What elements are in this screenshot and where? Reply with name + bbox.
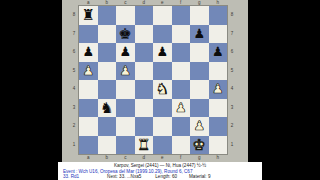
square-b5[interactable] xyxy=(98,62,117,81)
white-pawn-g2[interactable]: ♟ xyxy=(193,117,205,136)
square-g2[interactable]: ♟ xyxy=(190,117,209,136)
black-rook-a8[interactable]: ♜ xyxy=(82,6,95,25)
square-f3[interactable]: ♟ xyxy=(172,99,191,118)
square-g3[interactable] xyxy=(190,99,209,118)
square-c1[interactable] xyxy=(116,136,135,155)
rank-label-5: 5 xyxy=(228,62,236,81)
white-knight-e4[interactable]: ♞ xyxy=(156,80,169,99)
white-rook-d1[interactable]: ♜ xyxy=(137,136,150,155)
square-f6[interactable] xyxy=(172,43,191,62)
file-label-b: b xyxy=(98,155,117,161)
square-g4[interactable] xyxy=(190,80,209,99)
square-f2[interactable] xyxy=(172,117,191,136)
square-d4[interactable] xyxy=(135,80,154,99)
black-pawn-c6[interactable]: ♟ xyxy=(119,43,131,62)
square-h6[interactable]: ♟ xyxy=(209,43,228,62)
rank-label-6: 6 xyxy=(70,43,78,62)
rank-label-1: 1 xyxy=(70,136,78,155)
rank-label-2: 2 xyxy=(70,117,78,136)
file-label-e: e xyxy=(153,155,172,161)
square-h8[interactable] xyxy=(209,6,228,25)
square-a1[interactable] xyxy=(79,136,98,155)
file-label-c: c xyxy=(116,155,135,161)
square-c8[interactable] xyxy=(116,6,135,25)
square-f1[interactable] xyxy=(172,136,191,155)
square-h3[interactable] xyxy=(209,99,228,118)
rank-label-1: 1 xyxy=(228,136,236,155)
square-d2[interactable] xyxy=(135,117,154,136)
square-b7[interactable] xyxy=(98,25,117,44)
square-a3[interactable] xyxy=(79,99,98,118)
rank-labels-right: 87654321 xyxy=(228,6,236,154)
game-length: Length: 60 xyxy=(155,174,177,180)
square-e1[interactable] xyxy=(153,136,172,155)
square-a5[interactable]: ♟ xyxy=(79,62,98,81)
square-d1[interactable]: ♜ xyxy=(135,136,154,155)
square-c3[interactable] xyxy=(116,99,135,118)
square-c2[interactable] xyxy=(116,117,135,136)
square-b4[interactable] xyxy=(98,80,117,99)
square-e5[interactable] xyxy=(153,62,172,81)
rank-label-3: 3 xyxy=(70,99,78,118)
square-d5[interactable] xyxy=(135,62,154,81)
rank-labels-left: 87654321 xyxy=(70,6,78,154)
rank-label-6: 6 xyxy=(228,43,236,62)
rank-label-4: 4 xyxy=(228,80,236,99)
square-d6[interactable] xyxy=(135,43,154,62)
rank-label-4: 4 xyxy=(70,80,78,99)
square-b8[interactable] xyxy=(98,6,117,25)
square-g7[interactable]: ♟ xyxy=(190,25,209,44)
next-move: Next: 33. ...Nxa5 xyxy=(107,174,141,180)
rank-label-8: 8 xyxy=(228,6,236,25)
rank-label-7: 7 xyxy=(70,25,78,44)
square-h7[interactable] xyxy=(209,25,228,44)
square-c7[interactable]: ♚ xyxy=(116,25,135,44)
black-knight-b3[interactable]: ♞ xyxy=(100,99,113,118)
square-a8[interactable]: ♜ xyxy=(79,6,98,25)
rank-label-8: 8 xyxy=(70,6,78,25)
chess-board-card: abcdefgh abcdefgh 87654321 87654321 ♜♚♟♟… xyxy=(62,0,248,162)
square-g1[interactable]: ♚ xyxy=(190,136,209,155)
black-pawn-g7[interactable]: ♟ xyxy=(193,25,205,44)
square-e3[interactable] xyxy=(153,99,172,118)
square-c4[interactable] xyxy=(116,80,135,99)
black-pawn-h6[interactable]: ♟ xyxy=(212,43,224,62)
material-balance: Material: 9 xyxy=(189,174,210,180)
square-g8[interactable] xyxy=(190,6,209,25)
square-e2[interactable] xyxy=(153,117,172,136)
square-f7[interactable] xyxy=(172,25,191,44)
square-h4[interactable]: ♟ xyxy=(209,80,228,99)
game-info-panel: Karpov, Sergei (2441) — Ni, Hua (2447) ½… xyxy=(58,162,262,180)
square-d8[interactable] xyxy=(135,6,154,25)
white-pawn-f3[interactable]: ♟ xyxy=(175,99,187,118)
current-move: 33. Rd1 xyxy=(63,174,79,180)
square-d3[interactable] xyxy=(135,99,154,118)
square-h1[interactable] xyxy=(209,136,228,155)
square-b2[interactable] xyxy=(98,117,117,136)
square-f8[interactable] xyxy=(172,6,191,25)
black-pawn-e6[interactable]: ♟ xyxy=(156,43,168,62)
square-d7[interactable] xyxy=(135,25,154,44)
players-result-line: Karpov, Sergei (2441) — Ni, Hua (2447) ½… xyxy=(58,162,262,169)
white-pawn-c5[interactable]: ♟ xyxy=(119,62,131,81)
rank-label-5: 5 xyxy=(70,62,78,81)
video-frame: abcdefgh abcdefgh 87654321 87654321 ♜♚♟♟… xyxy=(0,0,320,180)
square-b3[interactable]: ♞ xyxy=(98,99,117,118)
file-labels-bottom: abcdefgh xyxy=(79,155,227,161)
file-label-h: h xyxy=(209,155,228,161)
square-a6[interactable]: ♟ xyxy=(79,43,98,62)
black-king-c7[interactable]: ♚ xyxy=(119,25,132,44)
white-king-g1[interactable]: ♚ xyxy=(193,136,206,155)
square-a2[interactable] xyxy=(79,117,98,136)
square-f4[interactable] xyxy=(172,80,191,99)
square-g5[interactable] xyxy=(190,62,209,81)
square-h5[interactable] xyxy=(209,62,228,81)
file-label-g: g xyxy=(190,155,209,161)
file-label-a: a xyxy=(79,155,98,161)
square-h2[interactable] xyxy=(209,117,228,136)
square-c5[interactable]: ♟ xyxy=(116,62,135,81)
file-label-f: f xyxy=(172,155,191,161)
square-b1[interactable] xyxy=(98,136,117,155)
rank-label-2: 2 xyxy=(228,117,236,136)
white-pawn-a5[interactable]: ♟ xyxy=(82,62,94,81)
square-a4[interactable] xyxy=(79,80,98,99)
square-g6[interactable] xyxy=(190,43,209,62)
black-pawn-a6[interactable]: ♟ xyxy=(82,43,94,62)
square-b6[interactable] xyxy=(98,43,117,62)
square-e8[interactable] xyxy=(153,6,172,25)
rank-label-3: 3 xyxy=(228,99,236,118)
square-e6[interactable]: ♟ xyxy=(153,43,172,62)
move-info-line: 33. Rd1 Next: 33. ...Nxa5 Length: 60 Mat… xyxy=(58,174,262,180)
rank-label-7: 7 xyxy=(228,25,236,44)
square-c6[interactable]: ♟ xyxy=(116,43,135,62)
chess-board[interactable]: ♜♚♟♟♟♟♟♟♟♞♟♞♟♟♜♚ xyxy=(79,6,227,154)
white-pawn-h4[interactable]: ♟ xyxy=(212,80,224,99)
square-f5[interactable] xyxy=(172,62,191,81)
square-e7[interactable] xyxy=(153,25,172,44)
file-label-d: d xyxy=(135,155,154,161)
square-e4[interactable]: ♞ xyxy=(153,80,172,99)
square-a7[interactable] xyxy=(79,25,98,44)
